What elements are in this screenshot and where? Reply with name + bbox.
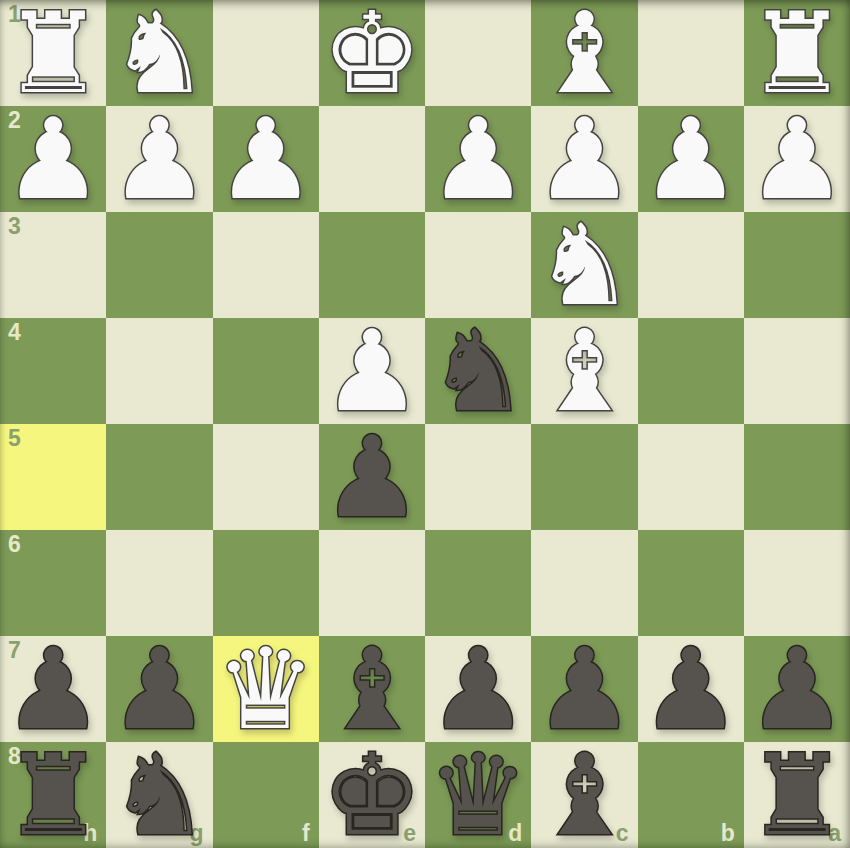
black-knight-d4[interactable]: ♞ — [428, 318, 528, 424]
square-d8[interactable]: d♛ — [425, 742, 531, 848]
white-pawn-h2[interactable]: ♟ — [3, 106, 103, 212]
rank-label-6: 6 — [8, 533, 21, 556]
black-pawn-g7[interactable]: ♟ — [109, 636, 209, 742]
black-pawn-e5[interactable]: ♟ — [322, 424, 422, 530]
square-f2[interactable]: ♟ — [213, 106, 319, 212]
white-pawn-e4[interactable]: ♟ — [322, 318, 422, 424]
square-h6[interactable]: 6 — [0, 530, 106, 636]
white-pawn-d2[interactable]: ♟ — [428, 106, 528, 212]
white-queen-f7[interactable]: ♛ — [215, 636, 315, 742]
black-knight-g8[interactable]: ♞ — [109, 742, 209, 848]
square-d2[interactable]: ♟ — [425, 106, 531, 212]
white-bishop-c4[interactable]: ♝ — [534, 318, 634, 424]
square-b7[interactable]: ♟ — [638, 636, 744, 742]
square-h1[interactable]: 1♜ — [0, 0, 106, 106]
square-d4[interactable]: ♞ — [425, 318, 531, 424]
square-d5[interactable] — [425, 424, 531, 530]
square-f5[interactable] — [213, 424, 319, 530]
black-rook-a8[interactable]: ♜ — [747, 742, 847, 848]
black-bishop-c8[interactable]: ♝ — [534, 742, 634, 848]
white-bishop-c1[interactable]: ♝ — [534, 0, 634, 106]
square-a5[interactable] — [744, 424, 850, 530]
square-f3[interactable] — [213, 212, 319, 318]
square-h8[interactable]: 8h♜ — [0, 742, 106, 848]
white-pawn-f2[interactable]: ♟ — [215, 106, 315, 212]
white-king-e1[interactable]: ♚ — [322, 0, 422, 106]
file-label-f: f — [302, 822, 310, 845]
file-label-b: b — [721, 822, 735, 845]
square-e6[interactable] — [319, 530, 425, 636]
square-d1[interactable] — [425, 0, 531, 106]
square-c2[interactable]: ♟ — [531, 106, 637, 212]
square-b3[interactable] — [638, 212, 744, 318]
square-a7[interactable]: ♟ — [744, 636, 850, 742]
square-h4[interactable]: 4 — [0, 318, 106, 424]
square-c1[interactable]: ♝ — [531, 0, 637, 106]
square-e8[interactable]: e♚ — [319, 742, 425, 848]
square-a3[interactable] — [744, 212, 850, 318]
square-c4[interactable]: ♝ — [531, 318, 637, 424]
white-pawn-b2[interactable]: ♟ — [640, 106, 740, 212]
white-pawn-c2[interactable]: ♟ — [534, 106, 634, 212]
square-g4[interactable] — [106, 318, 212, 424]
square-c6[interactable] — [531, 530, 637, 636]
chess-board: 1♜♞♚♝♜2♟♟♟♟♟♟♟3♞4♟♞♝5♟67♟♟♛♝♟♟♟♟8h♜g♞fe♚… — [0, 0, 850, 848]
square-a6[interactable] — [744, 530, 850, 636]
square-b2[interactable]: ♟ — [638, 106, 744, 212]
square-a2[interactable]: ♟ — [744, 106, 850, 212]
square-h2[interactable]: 2♟ — [0, 106, 106, 212]
square-e4[interactable]: ♟ — [319, 318, 425, 424]
black-pawn-b7[interactable]: ♟ — [640, 636, 740, 742]
square-h7[interactable]: 7♟ — [0, 636, 106, 742]
square-f1[interactable] — [213, 0, 319, 106]
rank-label-4: 4 — [8, 321, 21, 344]
square-g2[interactable]: ♟ — [106, 106, 212, 212]
square-e7[interactable]: ♝ — [319, 636, 425, 742]
square-a4[interactable] — [744, 318, 850, 424]
square-g1[interactable]: ♞ — [106, 0, 212, 106]
square-b4[interactable] — [638, 318, 744, 424]
square-d6[interactable] — [425, 530, 531, 636]
square-e5[interactable]: ♟ — [319, 424, 425, 530]
white-knight-c3[interactable]: ♞ — [534, 212, 634, 318]
square-b8[interactable]: b — [638, 742, 744, 848]
square-f7[interactable]: ♛ — [213, 636, 319, 742]
black-king-e8[interactable]: ♚ — [322, 742, 422, 848]
square-c8[interactable]: c♝ — [531, 742, 637, 848]
square-d3[interactable] — [425, 212, 531, 318]
white-knight-g1[interactable]: ♞ — [109, 0, 209, 106]
square-c3[interactable]: ♞ — [531, 212, 637, 318]
black-pawn-d7[interactable]: ♟ — [428, 636, 528, 742]
black-rook-h8[interactable]: ♜ — [3, 742, 103, 848]
square-e2[interactable] — [319, 106, 425, 212]
black-pawn-a7[interactable]: ♟ — [747, 636, 847, 742]
square-e3[interactable] — [319, 212, 425, 318]
white-rook-a1[interactable]: ♜ — [747, 0, 847, 106]
square-b5[interactable] — [638, 424, 744, 530]
square-f6[interactable] — [213, 530, 319, 636]
square-g3[interactable] — [106, 212, 212, 318]
square-h3[interactable]: 3 — [0, 212, 106, 318]
black-bishop-e7[interactable]: ♝ — [322, 636, 422, 742]
square-b1[interactable] — [638, 0, 744, 106]
white-pawn-a2[interactable]: ♟ — [747, 106, 847, 212]
white-rook-h1[interactable]: ♜ — [3, 0, 103, 106]
square-d7[interactable]: ♟ — [425, 636, 531, 742]
square-a1[interactable]: ♜ — [744, 0, 850, 106]
white-pawn-g2[interactable]: ♟ — [109, 106, 209, 212]
square-f8[interactable]: f — [213, 742, 319, 848]
black-queen-d8[interactable]: ♛ — [428, 742, 528, 848]
square-f4[interactable] — [213, 318, 319, 424]
square-b6[interactable] — [638, 530, 744, 636]
square-g7[interactable]: ♟ — [106, 636, 212, 742]
square-g5[interactable] — [106, 424, 212, 530]
square-a8[interactable]: a♜ — [744, 742, 850, 848]
black-pawn-c7[interactable]: ♟ — [534, 636, 634, 742]
square-g8[interactable]: g♞ — [106, 742, 212, 848]
square-g6[interactable] — [106, 530, 212, 636]
square-e1[interactable]: ♚ — [319, 0, 425, 106]
rank-label-5: 5 — [8, 427, 21, 450]
square-c5[interactable] — [531, 424, 637, 530]
square-h5[interactable]: 5 — [0, 424, 106, 530]
square-c7[interactable]: ♟ — [531, 636, 637, 742]
black-pawn-h7[interactable]: ♟ — [3, 636, 103, 742]
